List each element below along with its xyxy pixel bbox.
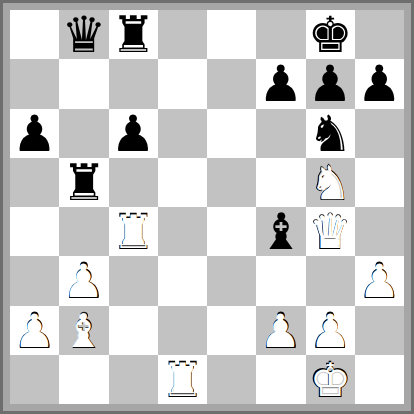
square-g7[interactable]: ♟: [306, 59, 355, 108]
white-queen[interactable]: ♛♕: [306, 207, 355, 256]
square-h1[interactable]: [355, 355, 404, 404]
white-piece-fill: ♟: [14, 308, 55, 354]
square-g4[interactable]: ♛♕: [306, 207, 355, 256]
white-piece-fill: ♝: [63, 308, 104, 354]
black-pawn[interactable]: ♟: [355, 59, 404, 108]
square-a6[interactable]: ♟: [10, 109, 59, 158]
black-pawn[interactable]: ♟: [10, 109, 59, 158]
square-f1[interactable]: [256, 355, 305, 404]
square-h4[interactable]: [355, 207, 404, 256]
white-pawn[interactable]: ♟♙: [306, 306, 355, 355]
white-rook[interactable]: ♜♖: [158, 355, 207, 404]
square-c5[interactable]: [109, 158, 158, 207]
square-a8[interactable]: [10, 10, 59, 59]
black-queen-glyph: ♛: [61, 10, 106, 60]
square-b1[interactable]: [59, 355, 108, 404]
square-g1[interactable]: ♚♔: [306, 355, 355, 404]
white-pawn[interactable]: ♟♙: [256, 306, 305, 355]
square-d5[interactable]: [158, 158, 207, 207]
black-rook[interactable]: ♜: [109, 10, 158, 59]
black-pawn-glyph: ♟: [258, 59, 303, 109]
chess-board: ♛♜♚♟♟♟♟♟♞♜♞♘♜♖♝♛♕♟♙♟♙♟♙♝♗♟♙♟♙♜♖♚♔: [10, 10, 404, 404]
black-pawn[interactable]: ♟: [306, 59, 355, 108]
square-a5[interactable]: [10, 158, 59, 207]
square-a2[interactable]: ♟♙: [10, 306, 59, 355]
square-c4[interactable]: ♜♖: [109, 207, 158, 256]
black-bishop[interactable]: ♝: [256, 207, 305, 256]
square-b5[interactable]: ♜: [59, 158, 108, 207]
black-rook-glyph: ♜: [61, 158, 106, 208]
white-pawn[interactable]: ♟♙: [355, 256, 404, 305]
square-d1[interactable]: ♜♖: [158, 355, 207, 404]
square-h2[interactable]: [355, 306, 404, 355]
square-f5[interactable]: [256, 158, 305, 207]
white-piece-fill: ♞: [309, 160, 350, 206]
white-piece-fill: ♛: [309, 209, 350, 255]
square-b3[interactable]: ♟♙: [59, 256, 108, 305]
square-a1[interactable]: [10, 355, 59, 404]
square-f6[interactable]: [256, 109, 305, 158]
square-c3[interactable]: [109, 256, 158, 305]
black-pawn-glyph: ♟: [308, 59, 353, 109]
square-c2[interactable]: [109, 306, 158, 355]
square-e1[interactable]: [207, 355, 256, 404]
square-h6[interactable]: [355, 109, 404, 158]
black-knight-glyph: ♞: [308, 109, 353, 159]
white-pawn[interactable]: ♟♙: [10, 306, 59, 355]
square-c6[interactable]: ♟: [109, 109, 158, 158]
square-e5[interactable]: [207, 158, 256, 207]
white-piece-fill: ♟: [359, 258, 400, 304]
square-e4[interactable]: [207, 207, 256, 256]
square-e2[interactable]: [207, 306, 256, 355]
square-e6[interactable]: [207, 109, 256, 158]
square-f7[interactable]: ♟: [256, 59, 305, 108]
square-c7[interactable]: [109, 59, 158, 108]
square-c8[interactable]: ♜: [109, 10, 158, 59]
black-bishop-glyph: ♝: [258, 207, 303, 257]
black-queen[interactable]: ♛: [59, 10, 108, 59]
square-d6[interactable]: [158, 109, 207, 158]
square-d3[interactable]: [158, 256, 207, 305]
black-king[interactable]: ♚: [306, 10, 355, 59]
square-e8[interactable]: [207, 10, 256, 59]
square-f3[interactable]: [256, 256, 305, 305]
black-pawn[interactable]: ♟: [109, 109, 158, 158]
white-rook[interactable]: ♜♖: [109, 207, 158, 256]
square-e7[interactable]: [207, 59, 256, 108]
chess-board-frame: ♛♜♚♟♟♟♟♟♞♜♞♘♜♖♝♛♕♟♙♟♙♟♙♝♗♟♙♟♙♜♖♚♔: [0, 0, 414, 414]
square-d2[interactable]: [158, 306, 207, 355]
square-g6[interactable]: ♞: [306, 109, 355, 158]
white-piece-fill: ♟: [309, 308, 350, 354]
white-bishop[interactable]: ♝♗: [59, 306, 108, 355]
square-a7[interactable]: [10, 59, 59, 108]
square-g8[interactable]: ♚: [306, 10, 355, 59]
white-king[interactable]: ♚♔: [306, 355, 355, 404]
square-d7[interactable]: [158, 59, 207, 108]
square-b4[interactable]: [59, 207, 108, 256]
square-h8[interactable]: [355, 10, 404, 59]
black-pawn-glyph: ♟: [111, 109, 156, 159]
square-h7[interactable]: ♟: [355, 59, 404, 108]
black-pawn-glyph: ♟: [12, 109, 57, 159]
square-h5[interactable]: [355, 158, 404, 207]
square-f4[interactable]: ♝: [256, 207, 305, 256]
white-pawn[interactable]: ♟♙: [59, 256, 108, 305]
square-b6[interactable]: [59, 109, 108, 158]
black-king-glyph: ♚: [308, 10, 353, 60]
square-b7[interactable]: [59, 59, 108, 108]
square-f8[interactable]: [256, 10, 305, 59]
black-pawn[interactable]: ♟: [256, 59, 305, 108]
square-g5[interactable]: ♞♘: [306, 158, 355, 207]
square-b2[interactable]: ♝♗: [59, 306, 108, 355]
white-piece-fill: ♚: [309, 357, 350, 403]
square-c1[interactable]: [109, 355, 158, 404]
square-d4[interactable]: [158, 207, 207, 256]
square-a3[interactable]: [10, 256, 59, 305]
black-knight[interactable]: ♞: [306, 109, 355, 158]
square-g2[interactable]: ♟♙: [306, 306, 355, 355]
square-b8[interactable]: ♛: [59, 10, 108, 59]
white-knight[interactable]: ♞♘: [306, 158, 355, 207]
square-d8[interactable]: [158, 10, 207, 59]
white-piece-fill: ♟: [260, 308, 301, 354]
white-piece-fill: ♟: [63, 258, 104, 304]
square-g3[interactable]: [306, 256, 355, 305]
square-h3[interactable]: ♟♙: [355, 256, 404, 305]
black-rook-glyph: ♜: [111, 10, 156, 60]
white-piece-fill: ♜: [112, 209, 153, 255]
square-e3[interactable]: [207, 256, 256, 305]
square-a4[interactable]: [10, 207, 59, 256]
white-piece-fill: ♜: [162, 357, 203, 403]
black-rook[interactable]: ♜: [59, 158, 108, 207]
square-f2[interactable]: ♟♙: [256, 306, 305, 355]
black-pawn-glyph: ♟: [357, 59, 402, 109]
